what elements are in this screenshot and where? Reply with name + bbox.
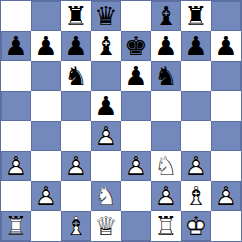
square-h4[interactable] [211, 121, 241, 151]
square-b6[interactable] [31, 61, 61, 91]
white-pawn-icon: ♟♙ [211, 181, 241, 211]
square-h7[interactable]: ♟ [211, 31, 241, 61]
white-pawn-icon: ♟♙ [91, 121, 121, 151]
square-b8[interactable] [31, 1, 61, 31]
square-f6[interactable]: ♞ [151, 61, 181, 91]
square-d2[interactable]: ♞♘ [91, 181, 121, 211]
square-a8[interactable] [1, 1, 31, 31]
square-a3[interactable]: ♟♙ [1, 151, 31, 181]
square-a5[interactable] [1, 91, 31, 121]
square-c1[interactable]: ♝♗ [61, 211, 91, 241]
black-rook-icon: ♜ [61, 1, 91, 31]
square-d5[interactable]: ♟ [91, 91, 121, 121]
square-c4[interactable] [61, 121, 91, 151]
square-h8[interactable] [211, 1, 241, 31]
black-knight-icon: ♞ [61, 61, 91, 91]
black-king-icon: ♚ [121, 31, 151, 61]
square-c7[interactable]: ♟ [61, 31, 91, 61]
square-g8[interactable]: ♜ [181, 1, 211, 31]
white-pawn-icon: ♟♙ [31, 181, 61, 211]
square-c5[interactable] [61, 91, 91, 121]
black-pawn-icon: ♟ [61, 31, 91, 61]
square-f1[interactable]: ♜♖ [151, 211, 181, 241]
square-b2[interactable]: ♟♙ [31, 181, 61, 211]
square-e2[interactable] [121, 181, 151, 211]
white-bishop-icon: ♝♗ [61, 211, 91, 241]
square-b1[interactable] [31, 211, 61, 241]
square-e8[interactable] [121, 1, 151, 31]
square-a1[interactable]: ♜♖ [1, 211, 31, 241]
square-d7[interactable]: ♝ [91, 31, 121, 61]
black-pawn-icon: ♟ [151, 31, 181, 61]
square-a4[interactable] [1, 121, 31, 151]
square-e5[interactable] [121, 91, 151, 121]
square-c6[interactable]: ♞ [61, 61, 91, 91]
white-queen-icon: ♛♕ [91, 211, 121, 241]
square-e1[interactable] [121, 211, 151, 241]
white-rook-icon: ♜♖ [151, 211, 181, 241]
white-king-icon: ♚♔ [181, 211, 211, 241]
black-pawn-icon: ♟ [121, 61, 151, 91]
white-pawn-icon: ♟♙ [1, 151, 31, 181]
black-queen-icon: ♛ [91, 1, 121, 31]
square-h1[interactable] [211, 211, 241, 241]
black-pawn-icon: ♟ [31, 31, 61, 61]
black-pawn-icon: ♟ [211, 31, 241, 61]
square-d4[interactable]: ♟♙ [91, 121, 121, 151]
black-knight-icon: ♞ [151, 61, 181, 91]
square-g5[interactable] [181, 91, 211, 121]
square-a6[interactable] [1, 61, 31, 91]
white-pawn-icon: ♟♙ [181, 151, 211, 181]
square-g6[interactable] [181, 61, 211, 91]
square-d6[interactable] [91, 61, 121, 91]
black-pawn-icon: ♟ [1, 31, 31, 61]
square-d1[interactable]: ♛♕ [91, 211, 121, 241]
square-g7[interactable]: ♟ [181, 31, 211, 61]
black-bishop-icon: ♝ [151, 1, 181, 31]
square-f3[interactable]: ♞♘ [151, 151, 181, 181]
square-e3[interactable]: ♟♙ [121, 151, 151, 181]
white-rook-icon: ♜♖ [1, 211, 31, 241]
square-h2[interactable]: ♟♙ [211, 181, 241, 211]
square-a2[interactable] [1, 181, 31, 211]
square-c2[interactable] [61, 181, 91, 211]
square-b5[interactable] [31, 91, 61, 121]
black-pawn-icon: ♟ [91, 91, 121, 121]
white-knight-icon: ♞♘ [91, 181, 121, 211]
square-e4[interactable] [121, 121, 151, 151]
white-pawn-icon: ♟♙ [151, 181, 181, 211]
square-h6[interactable] [211, 61, 241, 91]
square-g3[interactable]: ♟♙ [181, 151, 211, 181]
square-d3[interactable] [91, 151, 121, 181]
square-e7[interactable]: ♚ [121, 31, 151, 61]
black-pawn-icon: ♟ [181, 31, 211, 61]
white-bishop-icon: ♝♗ [181, 181, 211, 211]
black-bishop-icon: ♝ [91, 31, 121, 61]
chess-board: ♜♛♝♜♟♟♟♝♚♟♟♟♞♟♞♟♟♙♟♙♟♙♟♙♞♘♟♙♟♙♞♘♟♙♝♗♟♙♜♖… [0, 0, 242, 242]
square-c3[interactable]: ♟♙ [61, 151, 91, 181]
square-e6[interactable]: ♟ [121, 61, 151, 91]
square-f8[interactable]: ♝ [151, 1, 181, 31]
white-knight-icon: ♞♘ [151, 151, 181, 181]
square-d8[interactable]: ♛ [91, 1, 121, 31]
square-b4[interactable] [31, 121, 61, 151]
white-pawn-icon: ♟♙ [61, 151, 91, 181]
square-c8[interactable]: ♜ [61, 1, 91, 31]
square-a7[interactable]: ♟ [1, 31, 31, 61]
square-b7[interactable]: ♟ [31, 31, 61, 61]
square-g2[interactable]: ♝♗ [181, 181, 211, 211]
square-g1[interactable]: ♚♔ [181, 211, 211, 241]
square-f4[interactable] [151, 121, 181, 151]
square-f7[interactable]: ♟ [151, 31, 181, 61]
white-pawn-icon: ♟♙ [121, 151, 151, 181]
square-g4[interactable] [181, 121, 211, 151]
black-rook-icon: ♜ [181, 1, 211, 31]
square-f5[interactable] [151, 91, 181, 121]
square-h3[interactable] [211, 151, 241, 181]
square-f2[interactable]: ♟♙ [151, 181, 181, 211]
square-h5[interactable] [211, 91, 241, 121]
square-b3[interactable] [31, 151, 61, 181]
